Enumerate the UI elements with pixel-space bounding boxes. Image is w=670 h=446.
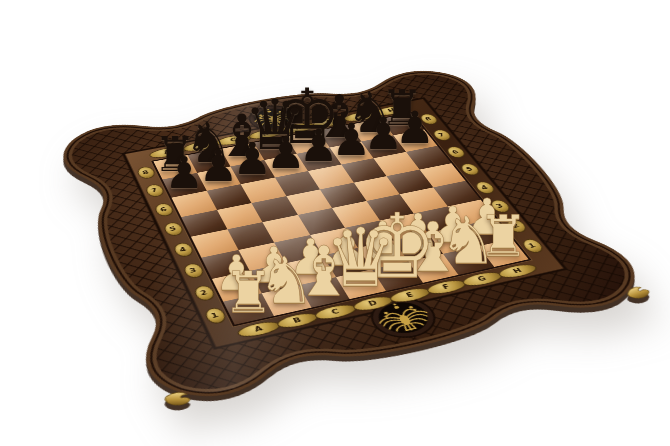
piece-bp[interactable]: ♟ (165, 151, 204, 195)
piece-wr[interactable]: ♜ (223, 265, 274, 321)
piece-bp[interactable]: ♟ (199, 144, 239, 188)
brass-foot-left (165, 392, 191, 405)
photo-stage: 87654321 87654321 ABCDEFGH ABCDEFGH ♜♞♝♛… (0, 0, 670, 446)
piece-bp[interactable]: ♟ (233, 138, 273, 182)
